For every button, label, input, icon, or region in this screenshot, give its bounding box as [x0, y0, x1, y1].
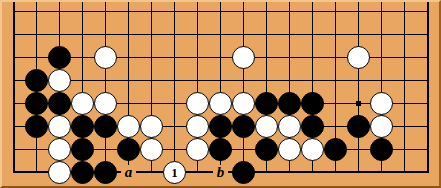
intersection-13-6[interactable] — [278, 115, 301, 138]
intersection-19-8[interactable] — [416, 161, 439, 184]
grid-line — [14, 11, 26, 12]
white-stone — [94, 46, 117, 69]
intersection-8-6[interactable] — [163, 115, 186, 138]
intersection-17-8[interactable] — [370, 161, 393, 184]
grid-line — [220, 46, 221, 69]
black-stone — [94, 161, 117, 184]
intersection-3-7[interactable] — [48, 138, 71, 161]
intersection-4-8[interactable] — [71, 161, 94, 184]
grid-line — [13, 138, 15, 161]
intersection-16-2[interactable] — [347, 23, 370, 46]
intersection-5-7[interactable] — [94, 138, 117, 161]
intersection-7-2[interactable] — [140, 23, 163, 46]
intersection-2-2[interactable] — [25, 23, 48, 46]
intersection-18-3[interactable] — [393, 46, 416, 69]
intersection-1-3[interactable] — [2, 46, 25, 69]
grid-line — [151, 0, 152, 23]
intersection-12-2[interactable] — [255, 23, 278, 46]
grid-line — [197, 69, 198, 92]
intersection-7-5[interactable] — [140, 92, 163, 115]
black-stone — [255, 138, 278, 161]
grid-line — [404, 161, 405, 174]
white-stone — [48, 69, 71, 92]
intersection-4-6[interactable] — [71, 115, 94, 138]
intersection-15-6[interactable] — [324, 115, 347, 138]
grid-line — [427, 161, 429, 174]
white-stone — [370, 92, 393, 115]
intersection-12-7[interactable] — [255, 138, 278, 161]
intersection-15-4[interactable] — [324, 69, 347, 92]
grid-line — [243, 0, 244, 23]
grid-line — [427, 115, 429, 138]
intersection-16-7[interactable] — [347, 138, 370, 161]
grid-line — [266, 23, 267, 46]
intersection-12-8[interactable] — [255, 161, 278, 184]
grid-line — [312, 161, 313, 174]
grid-line — [174, 115, 175, 138]
grid-line — [404, 69, 405, 92]
grid-line — [82, 23, 83, 46]
white-stone — [370, 115, 393, 138]
intersection-10-8[interactable]: b — [209, 161, 232, 184]
black-stone — [347, 115, 370, 138]
white-stone — [48, 138, 71, 161]
intersection-16-1[interactable] — [347, 0, 370, 23]
intersection-4-2[interactable] — [71, 23, 94, 46]
intersection-18-8[interactable] — [393, 161, 416, 184]
white-stone — [186, 138, 209, 161]
intersection-10-5[interactable] — [209, 92, 232, 115]
intersection-12-3[interactable] — [255, 46, 278, 69]
grid-line — [427, 138, 429, 161]
grid-line — [289, 46, 290, 69]
intersection-19-4[interactable] — [416, 69, 439, 92]
intersection-14-2[interactable] — [301, 23, 324, 46]
intersection-13-5[interactable] — [278, 92, 301, 115]
black-stone — [232, 161, 255, 184]
stone-number: 1 — [171, 166, 178, 179]
grid-line — [36, 138, 37, 161]
grid-line — [404, 23, 405, 46]
grid-line — [427, 69, 429, 92]
black-stone — [255, 92, 278, 115]
go-board-grid: a1b — [2, 0, 439, 184]
intersection-10-3[interactable] — [209, 46, 232, 69]
intersection-1-5[interactable] — [2, 92, 25, 115]
grid-line — [404, 46, 405, 69]
grid-line — [105, 0, 106, 23]
white-stone — [209, 92, 232, 115]
intersection-12-1[interactable] — [255, 0, 278, 23]
intersection-16-4[interactable] — [347, 69, 370, 92]
grid-line — [13, 115, 15, 138]
intersection-13-8[interactable] — [278, 161, 301, 184]
intersection-18-4[interactable] — [393, 69, 416, 92]
grid-line — [335, 46, 336, 69]
grid-line — [404, 92, 405, 115]
intersection-9-2[interactable] — [186, 23, 209, 46]
grid-line — [312, 46, 313, 69]
grid-line — [174, 138, 175, 161]
intersection-17-3[interactable] — [370, 46, 393, 69]
grid-line — [105, 138, 106, 161]
intersection-3-8[interactable] — [48, 161, 71, 184]
intersection-9-7[interactable] — [186, 138, 209, 161]
intersection-6-3[interactable] — [117, 46, 140, 69]
grid-line — [381, 0, 382, 23]
intersection-15-2[interactable] — [324, 23, 347, 46]
grid-line — [36, 46, 37, 69]
white-stone — [48, 161, 71, 184]
intersection-14-7[interactable] — [301, 138, 324, 161]
intersection-18-1[interactable] — [393, 0, 416, 23]
grid-line — [13, 161, 15, 174]
grid-line — [358, 161, 359, 174]
grid-line — [404, 0, 405, 23]
grid-line — [13, 23, 15, 46]
black-stone — [71, 161, 94, 184]
grid-line — [243, 23, 244, 46]
intersection-8-7[interactable] — [163, 138, 186, 161]
grid-line — [14, 80, 26, 81]
white-stone — [140, 138, 163, 161]
intersection-1-8[interactable] — [2, 161, 25, 184]
intersection-11-1[interactable] — [232, 0, 255, 23]
white-stone — [255, 115, 278, 138]
intersection-2-3[interactable] — [25, 46, 48, 69]
intersection-7-3[interactable] — [140, 46, 163, 69]
intersection-18-2[interactable] — [393, 23, 416, 46]
intersection-6-6[interactable] — [117, 115, 140, 138]
grid-line — [13, 69, 15, 92]
intersection-2-6[interactable] — [25, 115, 48, 138]
grid-line — [14, 34, 26, 35]
intersection-10-7[interactable] — [209, 138, 232, 161]
grid-line — [427, 92, 429, 115]
intersection-11-3[interactable] — [232, 46, 255, 69]
grid-line — [36, 161, 37, 174]
grid-line — [197, 0, 198, 23]
intersection-2-7[interactable] — [25, 138, 48, 161]
white-stone — [232, 46, 255, 69]
black-stone — [117, 138, 140, 161]
grid-line — [335, 115, 336, 138]
intersection-12-6[interactable] — [255, 115, 278, 138]
grid-line — [36, 23, 37, 46]
grid-line — [243, 69, 244, 92]
grid-line — [82, 0, 83, 23]
black-stone — [370, 138, 393, 161]
intersection-1-2[interactable] — [2, 23, 25, 46]
intersection-2-5[interactable] — [25, 92, 48, 115]
intersection-15-3[interactable] — [324, 46, 347, 69]
label-a: a — [121, 165, 136, 180]
grid-line — [335, 69, 336, 92]
intersection-19-7[interactable] — [416, 138, 439, 161]
intersection-12-5[interactable] — [255, 92, 278, 115]
intersection-8-3[interactable] — [163, 46, 186, 69]
intersection-15-5[interactable] — [324, 92, 347, 115]
intersection-3-5[interactable] — [48, 92, 71, 115]
white-stone — [278, 115, 301, 138]
grid-line — [151, 92, 152, 115]
go-board: a1b — [0, 0, 441, 188]
intersection-9-3[interactable] — [186, 46, 209, 69]
intersection-6-5[interactable] — [117, 92, 140, 115]
grid-line — [312, 0, 313, 23]
black-stone — [278, 92, 301, 115]
intersection-9-4[interactable] — [186, 69, 209, 92]
black-stone — [232, 115, 255, 138]
intersection-14-5[interactable] — [301, 92, 324, 115]
intersection-6-4[interactable] — [117, 69, 140, 92]
intersection-15-7[interactable] — [324, 138, 347, 161]
intersection-19-1[interactable] — [416, 0, 439, 23]
black-stone — [301, 92, 324, 115]
grid-line — [174, 69, 175, 92]
grid-line — [335, 23, 336, 46]
intersection-11-4[interactable] — [232, 69, 255, 92]
intersection-9-6[interactable] — [186, 115, 209, 138]
intersection-5-5[interactable] — [94, 92, 117, 115]
grid-line — [174, 92, 175, 115]
intersection-17-6[interactable] — [370, 115, 393, 138]
black-stone — [25, 69, 48, 92]
grid-line — [14, 103, 26, 104]
black-stone — [48, 46, 71, 69]
grid-line — [289, 23, 290, 46]
intersection-16-6[interactable] — [347, 115, 370, 138]
intersection-1-1[interactable] — [2, 0, 25, 23]
intersection-2-1[interactable] — [25, 0, 48, 23]
intersection-13-3[interactable] — [278, 46, 301, 69]
grid-line — [13, 0, 15, 23]
grid-line — [335, 92, 336, 115]
intersection-18-6[interactable] — [393, 115, 416, 138]
intersection-8-2[interactable] — [163, 23, 186, 46]
intersection-6-8[interactable]: a — [117, 161, 140, 184]
black-stone — [71, 138, 94, 161]
intersection-17-5[interactable] — [370, 92, 393, 115]
white-stone — [48, 115, 71, 138]
intersection-18-5[interactable] — [393, 92, 416, 115]
intersection-5-1[interactable] — [94, 0, 117, 23]
grid-line — [220, 69, 221, 92]
intersection-15-1[interactable] — [324, 0, 347, 23]
grid-line — [220, 23, 221, 46]
grid-line — [151, 23, 152, 46]
intersection-11-6[interactable] — [232, 115, 255, 138]
intersection-16-3[interactable] — [347, 46, 370, 69]
grid-line — [174, 0, 175, 23]
intersection-19-2[interactable] — [416, 23, 439, 46]
grid-line — [128, 0, 129, 23]
intersection-4-3[interactable] — [71, 46, 94, 69]
black-stone — [209, 115, 232, 138]
grid-line — [105, 23, 106, 46]
grid-line — [128, 46, 129, 69]
intersection-4-1[interactable] — [71, 0, 94, 23]
black-stone — [71, 115, 94, 138]
intersection-1-4[interactable] — [2, 69, 25, 92]
intersection-17-2[interactable] — [370, 23, 393, 46]
grid-line — [82, 69, 83, 92]
white-stone — [347, 46, 370, 69]
grid-line — [243, 138, 244, 161]
grid-line — [36, 0, 37, 23]
intersection-2-4[interactable] — [25, 69, 48, 92]
intersection-14-3[interactable] — [301, 46, 324, 69]
grid-line — [197, 23, 198, 46]
intersection-12-4[interactable] — [255, 69, 278, 92]
white-stone — [232, 92, 255, 115]
intersection-3-3[interactable] — [48, 46, 71, 69]
intersection-3-4[interactable] — [48, 69, 71, 92]
grid-line — [13, 92, 15, 115]
intersection-13-2[interactable] — [278, 23, 301, 46]
white-stone — [140, 115, 163, 138]
white-stone — [186, 92, 209, 115]
grid-line — [59, 0, 60, 23]
grid-line — [427, 46, 429, 69]
intersection-17-1[interactable] — [370, 0, 393, 23]
intersection-17-4[interactable] — [370, 69, 393, 92]
black-stone — [48, 92, 71, 115]
grid-line — [312, 69, 313, 92]
grid-line — [289, 69, 290, 92]
intersection-8-4[interactable] — [163, 69, 186, 92]
intersection-14-6[interactable] — [301, 115, 324, 138]
intersection-13-7[interactable] — [278, 138, 301, 161]
grid-line — [59, 23, 60, 46]
intersection-14-4[interactable] — [301, 69, 324, 92]
grid-line — [151, 161, 152, 174]
white-stone — [94, 92, 117, 115]
intersection-14-8[interactable] — [301, 161, 324, 184]
white-stone-1: 1 — [163, 161, 186, 184]
intersection-16-5[interactable] — [347, 92, 370, 115]
intersection-5-8[interactable] — [94, 161, 117, 184]
intersection-15-8[interactable] — [324, 161, 347, 184]
grid-line — [427, 0, 429, 23]
intersection-11-7[interactable] — [232, 138, 255, 161]
black-stone — [209, 138, 232, 161]
black-stone — [25, 115, 48, 138]
intersection-3-1[interactable] — [48, 0, 71, 23]
intersection-14-1[interactable] — [301, 0, 324, 23]
intersection-19-6[interactable] — [416, 115, 439, 138]
intersection-19-5[interactable] — [416, 92, 439, 115]
intersection-7-7[interactable] — [140, 138, 163, 161]
grid-line — [14, 171, 26, 173]
intersection-10-1[interactable] — [209, 0, 232, 23]
intersection-13-1[interactable] — [278, 0, 301, 23]
intersection-10-2[interactable] — [209, 23, 232, 46]
white-stone — [301, 138, 324, 161]
intersection-7-6[interactable] — [140, 115, 163, 138]
grid-line — [14, 57, 26, 58]
grid-line — [381, 46, 382, 69]
star-point — [356, 101, 361, 106]
intersection-10-4[interactable] — [209, 69, 232, 92]
intersection-3-6[interactable] — [48, 115, 71, 138]
intersection-5-4[interactable] — [94, 69, 117, 92]
intersection-8-8[interactable]: 1 — [163, 161, 186, 184]
intersection-17-7[interactable] — [370, 138, 393, 161]
intersection-11-8[interactable] — [232, 161, 255, 184]
grid-line — [266, 46, 267, 69]
grid-line — [358, 23, 359, 46]
grid-line — [381, 161, 382, 174]
intersection-9-8[interactable] — [186, 161, 209, 184]
grid-line — [404, 115, 405, 138]
intersection-6-1[interactable] — [117, 0, 140, 23]
white-stone — [71, 92, 94, 115]
white-stone — [278, 138, 301, 161]
grid-line — [128, 92, 129, 115]
intersection-4-7[interactable] — [71, 138, 94, 161]
intersection-9-5[interactable] — [186, 92, 209, 115]
intersection-9-1[interactable] — [186, 0, 209, 23]
grid-line — [128, 23, 129, 46]
grid-line — [312, 23, 313, 46]
black-stone — [25, 92, 48, 115]
grid-line — [266, 69, 267, 92]
grid-line — [289, 161, 290, 174]
intersection-16-8[interactable] — [347, 161, 370, 184]
intersection-6-2[interactable] — [117, 23, 140, 46]
intersection-8-5[interactable] — [163, 92, 186, 115]
intersection-6-7[interactable] — [117, 138, 140, 161]
intersection-8-1[interactable] — [163, 0, 186, 23]
intersection-10-6[interactable] — [209, 115, 232, 138]
grid-line — [335, 161, 336, 174]
grid-line — [105, 69, 106, 92]
label-b: b — [213, 165, 228, 180]
intersection-5-2[interactable] — [94, 23, 117, 46]
grid-line — [358, 69, 359, 92]
intersection-7-1[interactable] — [140, 0, 163, 23]
white-stone — [186, 115, 209, 138]
intersection-4-4[interactable] — [71, 69, 94, 92]
intersection-2-8[interactable] — [25, 161, 48, 184]
intersection-18-7[interactable] — [393, 138, 416, 161]
grid-line — [266, 0, 267, 23]
grid-line — [381, 69, 382, 92]
grid-line — [128, 69, 129, 92]
intersection-7-8[interactable] — [140, 161, 163, 184]
intersection-7-4[interactable] — [140, 69, 163, 92]
intersection-19-3[interactable] — [416, 46, 439, 69]
intersection-1-7[interactable] — [2, 138, 25, 161]
intersection-13-4[interactable] — [278, 69, 301, 92]
intersection-1-6[interactable] — [2, 115, 25, 138]
grid-line — [289, 0, 290, 23]
intersection-4-5[interactable] — [71, 92, 94, 115]
black-stone — [324, 138, 347, 161]
grid-line — [151, 46, 152, 69]
intersection-11-5[interactable] — [232, 92, 255, 115]
intersection-5-3[interactable] — [94, 46, 117, 69]
intersection-3-2[interactable] — [48, 23, 71, 46]
intersection-5-6[interactable] — [94, 115, 117, 138]
grid-line — [197, 46, 198, 69]
grid-line — [151, 69, 152, 92]
grid-line — [14, 126, 26, 127]
grid-line — [174, 23, 175, 46]
grid-line — [427, 23, 429, 46]
intersection-11-2[interactable] — [232, 23, 255, 46]
